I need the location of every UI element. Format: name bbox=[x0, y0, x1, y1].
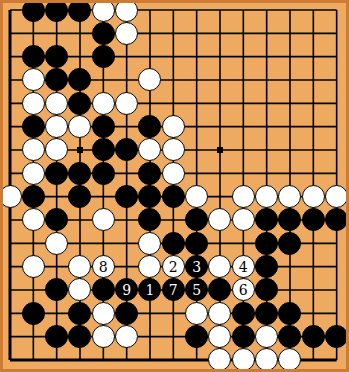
intersection[interactable] bbox=[278, 138, 301, 161]
intersection[interactable] bbox=[325, 325, 348, 348]
intersection[interactable] bbox=[232, 115, 255, 138]
intersection[interactable] bbox=[68, 68, 91, 91]
intersection[interactable] bbox=[302, 138, 325, 161]
intersection[interactable] bbox=[22, 162, 45, 185]
stone-white bbox=[208, 208, 231, 231]
intersection[interactable] bbox=[68, 22, 91, 45]
intersection[interactable] bbox=[22, 348, 45, 371]
intersection[interactable] bbox=[255, 302, 278, 325]
intersection[interactable] bbox=[232, 302, 255, 325]
intersection[interactable] bbox=[115, 45, 138, 68]
stone-white bbox=[115, 22, 138, 45]
intersection[interactable] bbox=[278, 115, 301, 138]
stone-white bbox=[325, 185, 348, 208]
intersection[interactable] bbox=[302, 22, 325, 45]
intersection[interactable] bbox=[115, 208, 138, 231]
stone-white bbox=[68, 278, 91, 301]
intersection[interactable] bbox=[232, 232, 255, 255]
intersection[interactable] bbox=[138, 348, 161, 371]
intersection[interactable] bbox=[0, 278, 22, 301]
stone-white bbox=[92, 0, 115, 22]
intersection[interactable] bbox=[162, 0, 185, 22]
intersection[interactable] bbox=[278, 162, 301, 185]
intersection[interactable] bbox=[325, 348, 348, 371]
intersection[interactable] bbox=[255, 208, 278, 231]
intersection[interactable] bbox=[185, 208, 208, 231]
intersection[interactable] bbox=[255, 22, 278, 45]
intersection[interactable] bbox=[208, 325, 231, 348]
intersection[interactable] bbox=[255, 138, 278, 161]
intersection[interactable] bbox=[0, 232, 22, 255]
intersection[interactable] bbox=[0, 162, 22, 185]
intersection[interactable] bbox=[325, 255, 348, 278]
intersection[interactable] bbox=[115, 325, 138, 348]
intersection[interactable] bbox=[138, 138, 161, 161]
intersection[interactable]: 3 bbox=[185, 255, 208, 278]
intersection[interactable] bbox=[45, 255, 68, 278]
intersection[interactable] bbox=[0, 185, 22, 208]
intersection[interactable] bbox=[208, 0, 231, 22]
intersection[interactable] bbox=[232, 325, 255, 348]
stone-white bbox=[92, 208, 115, 231]
intersection[interactable] bbox=[22, 92, 45, 115]
intersection[interactable] bbox=[45, 208, 68, 231]
intersection[interactable] bbox=[185, 162, 208, 185]
intersection[interactable] bbox=[0, 22, 22, 45]
stone-white bbox=[208, 325, 231, 348]
intersection[interactable] bbox=[185, 115, 208, 138]
intersection[interactable] bbox=[278, 208, 301, 231]
stone-white bbox=[45, 92, 68, 115]
intersection[interactable] bbox=[68, 0, 91, 22]
intersection[interactable] bbox=[92, 162, 115, 185]
stone-black-move-1: 1 bbox=[138, 278, 161, 301]
stone-black bbox=[68, 68, 91, 91]
intersection[interactable] bbox=[22, 0, 45, 22]
stone-white bbox=[278, 185, 301, 208]
intersection[interactable] bbox=[185, 348, 208, 371]
intersection[interactable] bbox=[255, 348, 278, 371]
intersection[interactable] bbox=[185, 22, 208, 45]
intersection[interactable] bbox=[255, 45, 278, 68]
intersection[interactable] bbox=[45, 232, 68, 255]
intersection[interactable] bbox=[185, 302, 208, 325]
intersection[interactable] bbox=[232, 208, 255, 231]
intersection[interactable] bbox=[22, 22, 45, 45]
intersection[interactable] bbox=[302, 45, 325, 68]
intersection[interactable] bbox=[232, 138, 255, 161]
intersection[interactable] bbox=[232, 185, 255, 208]
intersection[interactable] bbox=[255, 92, 278, 115]
intersection[interactable] bbox=[92, 208, 115, 231]
intersection[interactable] bbox=[138, 232, 161, 255]
intersection[interactable] bbox=[208, 45, 231, 68]
stone-black bbox=[45, 208, 68, 231]
move-number-label: 9 bbox=[122, 283, 131, 297]
intersection[interactable] bbox=[162, 185, 185, 208]
intersection[interactable] bbox=[45, 348, 68, 371]
stone-black bbox=[92, 138, 115, 161]
intersection[interactable] bbox=[208, 278, 231, 301]
intersection[interactable] bbox=[138, 45, 161, 68]
intersection[interactable] bbox=[92, 22, 115, 45]
intersection[interactable] bbox=[68, 302, 91, 325]
move-number-label: 1 bbox=[146, 283, 155, 297]
intersection[interactable] bbox=[208, 138, 231, 161]
intersection[interactable] bbox=[185, 185, 208, 208]
intersection[interactable] bbox=[138, 255, 161, 278]
intersection[interactable] bbox=[45, 325, 68, 348]
intersection[interactable]: 2 bbox=[162, 255, 185, 278]
intersection[interactable]: 1 bbox=[138, 278, 161, 301]
stone-white bbox=[278, 348, 301, 371]
stone-white bbox=[22, 162, 45, 185]
intersection[interactable] bbox=[278, 45, 301, 68]
intersection[interactable] bbox=[22, 255, 45, 278]
intersection[interactable] bbox=[138, 22, 161, 45]
intersection[interactable] bbox=[45, 0, 68, 22]
intersection[interactable] bbox=[278, 22, 301, 45]
intersection[interactable] bbox=[22, 278, 45, 301]
intersection[interactable] bbox=[138, 208, 161, 231]
intersection[interactable] bbox=[138, 0, 161, 22]
stone-black bbox=[68, 185, 91, 208]
intersection[interactable] bbox=[325, 208, 348, 231]
intersection[interactable] bbox=[45, 22, 68, 45]
stone-white bbox=[162, 115, 185, 138]
intersection[interactable] bbox=[325, 232, 348, 255]
stone-white bbox=[22, 255, 45, 278]
intersection[interactable] bbox=[68, 92, 91, 115]
intersection[interactable] bbox=[278, 185, 301, 208]
intersection[interactable] bbox=[232, 68, 255, 91]
intersection[interactable] bbox=[115, 92, 138, 115]
stone-white bbox=[45, 138, 68, 161]
intersection[interactable] bbox=[302, 185, 325, 208]
intersection[interactable] bbox=[255, 185, 278, 208]
intersection[interactable] bbox=[115, 185, 138, 208]
intersection[interactable] bbox=[0, 255, 22, 278]
intersection[interactable] bbox=[208, 232, 231, 255]
intersection[interactable] bbox=[115, 162, 138, 185]
stone-white bbox=[138, 68, 161, 91]
intersection[interactable] bbox=[278, 232, 301, 255]
intersection[interactable] bbox=[162, 348, 185, 371]
intersection[interactable] bbox=[0, 325, 22, 348]
intersection[interactable] bbox=[325, 68, 348, 91]
intersection[interactable] bbox=[232, 92, 255, 115]
intersection[interactable]: 6 bbox=[232, 278, 255, 301]
intersection[interactable] bbox=[302, 208, 325, 231]
intersection[interactable] bbox=[68, 185, 91, 208]
intersection[interactable] bbox=[208, 208, 231, 231]
intersection[interactable]: 5 bbox=[185, 278, 208, 301]
stone-white bbox=[138, 255, 161, 278]
intersection[interactable] bbox=[302, 92, 325, 115]
intersection[interactable] bbox=[68, 115, 91, 138]
intersection[interactable] bbox=[22, 185, 45, 208]
stone-black bbox=[278, 208, 301, 231]
intersection[interactable] bbox=[22, 138, 45, 161]
intersection[interactable] bbox=[0, 138, 22, 161]
stone-black bbox=[22, 185, 45, 208]
intersection[interactable] bbox=[22, 232, 45, 255]
intersection[interactable] bbox=[302, 162, 325, 185]
intersection[interactable] bbox=[208, 68, 231, 91]
intersection[interactable] bbox=[255, 232, 278, 255]
intersection[interactable] bbox=[162, 115, 185, 138]
intersection[interactable] bbox=[232, 45, 255, 68]
intersection[interactable] bbox=[0, 0, 22, 22]
intersection[interactable] bbox=[278, 278, 301, 301]
intersection[interactable] bbox=[185, 92, 208, 115]
intersection[interactable] bbox=[325, 115, 348, 138]
stone-black bbox=[45, 45, 68, 68]
intersection[interactable] bbox=[92, 302, 115, 325]
intersection[interactable] bbox=[138, 115, 161, 138]
stone-white bbox=[45, 115, 68, 138]
intersection[interactable] bbox=[278, 255, 301, 278]
intersection[interactable] bbox=[68, 208, 91, 231]
intersection[interactable] bbox=[115, 232, 138, 255]
intersection[interactable] bbox=[0, 208, 22, 231]
intersection[interactable] bbox=[325, 45, 348, 68]
intersection[interactable] bbox=[325, 22, 348, 45]
stone-white bbox=[162, 138, 185, 161]
intersection[interactable] bbox=[68, 162, 91, 185]
stone-black-move-9: 9 bbox=[115, 278, 138, 301]
intersection[interactable] bbox=[208, 302, 231, 325]
stone-black-move-3: 3 bbox=[185, 255, 208, 278]
intersection[interactable] bbox=[162, 162, 185, 185]
intersection[interactable] bbox=[162, 325, 185, 348]
intersection[interactable] bbox=[92, 278, 115, 301]
stone-black bbox=[302, 208, 325, 231]
intersection[interactable] bbox=[278, 68, 301, 91]
intersection[interactable] bbox=[325, 92, 348, 115]
stone-black bbox=[22, 45, 45, 68]
intersection[interactable] bbox=[208, 348, 231, 371]
stone-black-move-7: 7 bbox=[162, 278, 185, 301]
intersection[interactable] bbox=[138, 68, 161, 91]
intersection[interactable] bbox=[0, 348, 22, 371]
intersection[interactable] bbox=[92, 0, 115, 22]
stone-white bbox=[255, 348, 278, 371]
intersection[interactable] bbox=[138, 162, 161, 185]
intersection[interactable] bbox=[255, 115, 278, 138]
intersection[interactable] bbox=[68, 348, 91, 371]
intersection[interactable] bbox=[208, 162, 231, 185]
intersection[interactable] bbox=[302, 278, 325, 301]
intersection[interactable]: 4 bbox=[232, 255, 255, 278]
stone-white bbox=[92, 92, 115, 115]
intersection[interactable] bbox=[208, 115, 231, 138]
intersection[interactable] bbox=[0, 68, 22, 91]
intersection[interactable] bbox=[185, 138, 208, 161]
intersection[interactable] bbox=[325, 278, 348, 301]
intersection[interactable] bbox=[162, 22, 185, 45]
intersection[interactable] bbox=[92, 92, 115, 115]
intersection[interactable] bbox=[138, 325, 161, 348]
intersection[interactable] bbox=[302, 348, 325, 371]
intersection[interactable] bbox=[278, 0, 301, 22]
stone-white-move-4: 4 bbox=[232, 255, 255, 278]
move-number-label: 7 bbox=[169, 283, 178, 297]
intersection-grid: 823491756 bbox=[0, 0, 348, 372]
stone-white bbox=[22, 92, 45, 115]
intersection[interactable] bbox=[208, 22, 231, 45]
intersection[interactable] bbox=[325, 185, 348, 208]
intersection[interactable] bbox=[115, 255, 138, 278]
intersection[interactable] bbox=[92, 45, 115, 68]
intersection[interactable]: 7 bbox=[162, 278, 185, 301]
intersection[interactable] bbox=[0, 302, 22, 325]
intersection[interactable] bbox=[162, 92, 185, 115]
stone-white bbox=[22, 208, 45, 231]
intersection[interactable] bbox=[162, 68, 185, 91]
stone-white-move-2: 2 bbox=[162, 255, 185, 278]
intersection[interactable] bbox=[115, 22, 138, 45]
stone-black bbox=[68, 0, 91, 22]
intersection[interactable] bbox=[68, 278, 91, 301]
intersection[interactable] bbox=[185, 68, 208, 91]
intersection[interactable] bbox=[115, 138, 138, 161]
intersection[interactable] bbox=[45, 68, 68, 91]
intersection[interactable] bbox=[302, 115, 325, 138]
intersection[interactable] bbox=[22, 208, 45, 231]
intersection[interactable] bbox=[22, 115, 45, 138]
intersection[interactable] bbox=[115, 68, 138, 91]
stone-black bbox=[115, 302, 138, 325]
intersection[interactable] bbox=[325, 138, 348, 161]
intersection[interactable] bbox=[92, 138, 115, 161]
intersection[interactable] bbox=[45, 92, 68, 115]
intersection[interactable] bbox=[92, 68, 115, 91]
intersection[interactable] bbox=[138, 302, 161, 325]
intersection[interactable] bbox=[185, 45, 208, 68]
stone-white bbox=[255, 185, 278, 208]
intersection[interactable] bbox=[22, 302, 45, 325]
intersection[interactable] bbox=[255, 0, 278, 22]
intersection[interactable] bbox=[68, 232, 91, 255]
intersection[interactable] bbox=[185, 325, 208, 348]
intersection[interactable] bbox=[208, 92, 231, 115]
intersection[interactable] bbox=[232, 22, 255, 45]
intersection[interactable] bbox=[45, 45, 68, 68]
intersection[interactable] bbox=[92, 325, 115, 348]
intersection[interactable] bbox=[302, 0, 325, 22]
intersection[interactable] bbox=[115, 302, 138, 325]
intersection[interactable] bbox=[325, 302, 348, 325]
intersection[interactable] bbox=[68, 45, 91, 68]
intersection[interactable] bbox=[255, 68, 278, 91]
intersection[interactable] bbox=[302, 255, 325, 278]
intersection[interactable] bbox=[208, 255, 231, 278]
stone-black bbox=[45, 162, 68, 185]
stone-black bbox=[92, 278, 115, 301]
stone-black bbox=[208, 278, 231, 301]
intersection[interactable] bbox=[185, 232, 208, 255]
intersection[interactable] bbox=[45, 115, 68, 138]
stone-black bbox=[22, 115, 45, 138]
intersection[interactable] bbox=[232, 0, 255, 22]
intersection[interactable] bbox=[255, 278, 278, 301]
intersection[interactable] bbox=[162, 302, 185, 325]
intersection[interactable] bbox=[0, 45, 22, 68]
intersection[interactable] bbox=[68, 255, 91, 278]
intersection[interactable] bbox=[162, 208, 185, 231]
intersection[interactable] bbox=[0, 115, 22, 138]
intersection[interactable] bbox=[185, 0, 208, 22]
intersection[interactable] bbox=[278, 302, 301, 325]
stone-white bbox=[92, 325, 115, 348]
intersection[interactable] bbox=[115, 115, 138, 138]
intersection[interactable] bbox=[45, 302, 68, 325]
stone-black bbox=[302, 325, 325, 348]
intersection[interactable] bbox=[0, 92, 22, 115]
intersection[interactable] bbox=[92, 232, 115, 255]
stone-white bbox=[68, 255, 91, 278]
stone-black bbox=[115, 185, 138, 208]
intersection[interactable] bbox=[162, 232, 185, 255]
intersection[interactable] bbox=[255, 162, 278, 185]
intersection[interactable] bbox=[302, 325, 325, 348]
intersection[interactable] bbox=[232, 348, 255, 371]
stone-black bbox=[92, 22, 115, 45]
intersection[interactable] bbox=[92, 348, 115, 371]
intersection[interactable] bbox=[45, 185, 68, 208]
intersection[interactable] bbox=[45, 162, 68, 185]
intersection[interactable] bbox=[138, 92, 161, 115]
stone-black bbox=[255, 208, 278, 231]
intersection[interactable] bbox=[208, 185, 231, 208]
intersection[interactable] bbox=[92, 115, 115, 138]
intersection[interactable] bbox=[302, 68, 325, 91]
intersection[interactable] bbox=[162, 138, 185, 161]
intersection[interactable] bbox=[138, 185, 161, 208]
intersection[interactable] bbox=[68, 325, 91, 348]
intersection[interactable] bbox=[232, 162, 255, 185]
intersection[interactable] bbox=[278, 325, 301, 348]
intersection[interactable] bbox=[115, 0, 138, 22]
stone-black bbox=[232, 325, 255, 348]
stone-white bbox=[138, 232, 161, 255]
intersection[interactable] bbox=[22, 68, 45, 91]
intersection[interactable] bbox=[278, 92, 301, 115]
intersection[interactable] bbox=[92, 185, 115, 208]
intersection[interactable] bbox=[325, 0, 348, 22]
intersection[interactable] bbox=[45, 278, 68, 301]
intersection[interactable] bbox=[325, 162, 348, 185]
stone-black bbox=[68, 162, 91, 185]
intersection[interactable] bbox=[302, 302, 325, 325]
intersection[interactable] bbox=[255, 255, 278, 278]
intersection[interactable] bbox=[255, 325, 278, 348]
intersection[interactable] bbox=[115, 348, 138, 371]
intersection[interactable]: 8 bbox=[92, 255, 115, 278]
stone-black bbox=[278, 325, 301, 348]
stone-white-move-8: 8 bbox=[92, 255, 115, 278]
go-board: 823491756 bbox=[0, 0, 349, 372]
intersection[interactable] bbox=[22, 45, 45, 68]
intersection[interactable] bbox=[162, 45, 185, 68]
intersection[interactable] bbox=[45, 138, 68, 161]
intersection[interactable]: 9 bbox=[115, 278, 138, 301]
intersection[interactable] bbox=[302, 232, 325, 255]
intersection[interactable] bbox=[22, 325, 45, 348]
intersection[interactable] bbox=[278, 348, 301, 371]
intersection[interactable] bbox=[68, 138, 91, 161]
